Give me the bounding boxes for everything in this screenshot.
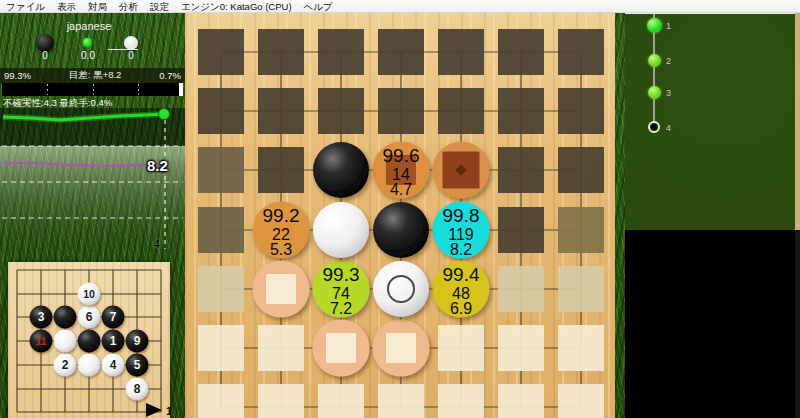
analysis-side-panel: japanese 0 0.0 0 99.3% 目差: 黒+8.2 0.7% 不確… — [0, 13, 185, 418]
winrate-bar-tick — [47, 84, 48, 95]
pv-preview-board[interactable]: 12345678910111 — [8, 262, 170, 418]
white-stone-icon — [124, 36, 138, 50]
winrate-strip: 99.3% 目差: 黒+8.2 0.7% — [0, 68, 185, 83]
tree-node-label: 1 — [666, 21, 671, 31]
tree-node-4[interactable] — [648, 121, 660, 133]
svg-text:9: 9 — [134, 334, 141, 348]
tree-node-1[interactable] — [647, 18, 662, 33]
svg-text:6: 6 — [86, 310, 93, 324]
winrate-bar-white — [179, 83, 183, 96]
svg-text:4.7: 4.7 — [390, 181, 412, 198]
svg-text:5.3: 5.3 — [270, 241, 292, 258]
svg-text:99.6: 99.6 — [383, 145, 420, 166]
menu-item-2[interactable]: 対局 — [82, 0, 113, 13]
winrate-bar-tick — [138, 84, 139, 95]
engine-comment-panel — [625, 230, 795, 418]
svg-text:1: 1 — [110, 334, 117, 348]
right-edge-strip-top — [795, 13, 800, 230]
svg-text:99.8: 99.8 — [443, 205, 480, 226]
score-point-label: 8.2 — [147, 157, 168, 174]
pv-next-arrow-icon — [146, 403, 162, 417]
move-tree-panel[interactable]: 1234 — [625, 13, 795, 230]
svg-text:8.2: 8.2 — [450, 241, 472, 258]
menu-item-0[interactable]: ファイル — [0, 0, 51, 13]
svg-text:3: 3 — [38, 310, 45, 324]
main-board[interactable]: 99.6144.799.2225.399.81198.299.3747.299.… — [185, 13, 615, 418]
app-window: ファイル表示対局分析設定エンジン0: KataGo (CPU)ヘルプ japan… — [0, 0, 800, 418]
menu-item-4[interactable]: 設定 — [144, 0, 175, 13]
white-captures-count: 0 — [119, 50, 143, 62]
menu-item-1[interactable]: 表示 — [51, 0, 82, 13]
tree-node-2[interactable] — [648, 54, 661, 67]
menubar: ファイル表示対局分析設定エンジン0: KataGo (CPU)ヘルプ — [0, 0, 800, 13]
tree-node-label: 4 — [666, 123, 671, 133]
winrate-score-graph[interactable]: 8.2 4 — [0, 108, 185, 252]
komi-dot-icon — [83, 38, 92, 47]
svg-text:4: 4 — [110, 358, 117, 372]
svg-text:99.2: 99.2 — [263, 205, 300, 226]
svg-text:99.3: 99.3 — [323, 264, 360, 285]
black-captures-count: 0 — [33, 50, 57, 62]
pv-corner-label: 1 — [166, 405, 170, 417]
winrate-bar — [2, 83, 183, 96]
rules-label: japanese — [0, 20, 178, 32]
svg-text:99.4: 99.4 — [443, 264, 480, 285]
svg-text:2: 2 — [62, 358, 69, 372]
komi-value: 0.0 — [74, 50, 102, 62]
svg-text:11: 11 — [35, 335, 46, 347]
svg-text:8: 8 — [134, 382, 141, 396]
svg-text:10: 10 — [83, 288, 95, 300]
score-lead-label: 目差: 黒+8.2 — [69, 69, 122, 82]
white-winrate-label: 0.7% — [159, 70, 181, 81]
right-edge-strip-bottom — [795, 230, 800, 418]
tree-node-label: 3 — [666, 88, 671, 98]
winrate-bar-tick — [93, 84, 94, 95]
svg-text:7.2: 7.2 — [330, 300, 352, 317]
tree-node-3[interactable] — [648, 86, 661, 99]
move-number-label: 4 — [154, 239, 160, 250]
tree-node-label: 2 — [666, 56, 671, 66]
black-winrate-label: 99.3% — [4, 70, 31, 81]
svg-text:7: 7 — [110, 310, 117, 324]
svg-text:5: 5 — [134, 358, 141, 372]
menu-item-6[interactable]: ヘルプ — [298, 0, 339, 13]
svg-text:6.9: 6.9 — [450, 300, 472, 317]
menu-item-3[interactable]: 分析 — [113, 0, 144, 13]
current-move-dot — [159, 109, 170, 120]
menu-item-5[interactable]: エンジン0: KataGo (CPU) — [175, 0, 298, 13]
